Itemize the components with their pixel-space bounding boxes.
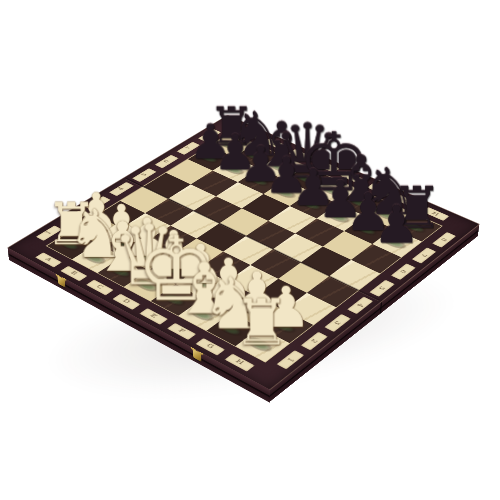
coordinate-text: A <box>43 256 53 262</box>
coordinate-text: 6 <box>398 268 408 274</box>
coordinate-label: F <box>167 322 196 339</box>
coordinate-label: C <box>86 279 114 295</box>
coordinate-text: F <box>176 328 186 335</box>
coordinate-text: 2 <box>309 337 319 343</box>
coordinate-label: A <box>35 252 62 267</box>
coordinate-text: 5 <box>140 172 149 177</box>
product-photo: ABCDEFGH ABCDEFGH 87654321 87654321 ♜♞♝♛… <box>0 0 500 500</box>
coordinate-text: C <box>95 284 105 290</box>
coordinate-text: 8 <box>439 237 449 242</box>
piece-glyph: ♜ <box>233 291 290 355</box>
coordinate-label: E <box>139 308 167 325</box>
coordinate-text: B <box>69 270 79 276</box>
coordinate-text: H <box>234 358 246 366</box>
coordinate-text: E <box>148 313 158 320</box>
coordinate-text: 7 <box>419 252 429 257</box>
piece-glyph: ♟ <box>373 198 420 250</box>
coordinate-text: G <box>205 343 216 350</box>
coordinate-text: D <box>121 298 132 305</box>
coordinate-label: 1 <box>277 350 305 369</box>
coordinate-label: 2 <box>301 331 328 350</box>
coordinate-text: 5 <box>377 285 387 291</box>
coordinate-text: 4 <box>355 302 365 308</box>
coordinate-label: H <box>225 353 255 371</box>
coordinate-text: 1 <box>285 356 295 362</box>
brass-clasp <box>55 269 68 290</box>
coordinate-text: 6 <box>162 159 171 164</box>
coordinate-label: 3 <box>324 313 350 331</box>
coordinate-text: 3 <box>332 319 342 325</box>
coordinate-label: B <box>60 265 87 280</box>
coordinate-label: G <box>195 338 224 355</box>
coordinate-label: 4 <box>347 296 373 313</box>
coordinate-label: 5 <box>369 279 394 296</box>
